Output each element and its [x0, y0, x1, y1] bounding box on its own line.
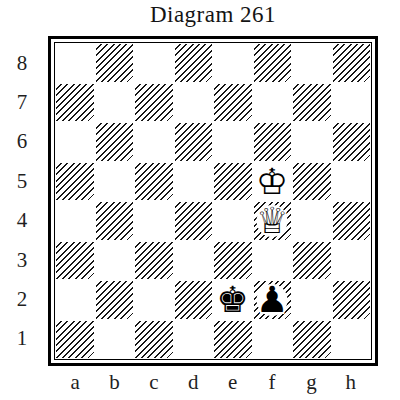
- square-c2[interactable]: [134, 280, 174, 320]
- chess-diagram-page: Diagram 261 87654321 ♔♕♚♟ abcdefgh: [0, 0, 400, 400]
- square-e4[interactable]: [213, 201, 253, 241]
- square-f3[interactable]: [253, 241, 293, 281]
- square-d2[interactable]: [174, 280, 214, 320]
- square-h6[interactable]: [332, 122, 372, 162]
- square-d5[interactable]: [174, 162, 214, 202]
- chess-board: ♔♕♚♟: [48, 36, 378, 366]
- square-g6[interactable]: [292, 122, 332, 162]
- square-g5[interactable]: [292, 162, 332, 202]
- rank-label-3: 3: [4, 240, 40, 279]
- square-g3[interactable]: [292, 241, 332, 281]
- square-e5[interactable]: [213, 162, 253, 202]
- chess-board-grid: ♔♕♚♟: [54, 42, 372, 360]
- file-label-e: e: [213, 368, 252, 396]
- square-h1[interactable]: [332, 320, 372, 360]
- file-label-a: a: [56, 368, 95, 396]
- square-e2[interactable]: ♚: [213, 280, 253, 320]
- square-f6[interactable]: [253, 122, 293, 162]
- file-label-b: b: [95, 368, 134, 396]
- file-label-c: c: [134, 368, 173, 396]
- rank-labels: 87654321: [4, 44, 40, 359]
- square-g8[interactable]: [292, 43, 332, 83]
- square-c8[interactable]: [134, 43, 174, 83]
- square-h4[interactable]: [332, 201, 372, 241]
- file-label-d: d: [174, 368, 213, 396]
- square-h3[interactable]: [332, 241, 372, 281]
- square-d3[interactable]: [174, 241, 214, 281]
- rank-label-4: 4: [4, 201, 40, 240]
- square-b5[interactable]: [95, 162, 135, 202]
- square-f1[interactable]: [253, 320, 293, 360]
- rank-label-1: 1: [4, 319, 40, 358]
- rank-label-2: 2: [4, 280, 40, 319]
- square-h2[interactable]: [332, 280, 372, 320]
- square-a8[interactable]: [55, 43, 95, 83]
- square-h8[interactable]: [332, 43, 372, 83]
- square-g7[interactable]: [292, 83, 332, 123]
- square-g2[interactable]: [292, 280, 332, 320]
- file-labels: abcdefgh: [56, 368, 371, 396]
- square-g4[interactable]: [292, 201, 332, 241]
- piece-black-king-e2: ♚: [217, 280, 249, 319]
- rank-label-5: 5: [4, 162, 40, 201]
- file-label-h: h: [331, 368, 370, 396]
- square-a2[interactable]: [55, 280, 95, 320]
- square-g1[interactable]: [292, 320, 332, 360]
- square-c4[interactable]: [134, 201, 174, 241]
- square-b8[interactable]: [95, 43, 135, 83]
- square-b4[interactable]: [95, 201, 135, 241]
- square-d8[interactable]: [174, 43, 214, 83]
- square-h7[interactable]: [332, 83, 372, 123]
- square-h5[interactable]: [332, 162, 372, 202]
- piece-white-king-f5: ♔: [256, 162, 288, 201]
- square-b2[interactable]: [95, 280, 135, 320]
- diagram-title: Diagram 261: [48, 1, 378, 31]
- square-b3[interactable]: [95, 241, 135, 281]
- square-c3[interactable]: [134, 241, 174, 281]
- square-c6[interactable]: [134, 122, 174, 162]
- square-a5[interactable]: [55, 162, 95, 202]
- square-d6[interactable]: [174, 122, 214, 162]
- square-e6[interactable]: [213, 122, 253, 162]
- square-e1[interactable]: [213, 320, 253, 360]
- rank-label-7: 7: [4, 83, 40, 122]
- square-e7[interactable]: [213, 83, 253, 123]
- square-f8[interactable]: [253, 43, 293, 83]
- square-f4[interactable]: ♕: [253, 201, 293, 241]
- rank-label-8: 8: [4, 44, 40, 83]
- rank-label-6: 6: [4, 122, 40, 161]
- square-e3[interactable]: [213, 241, 253, 281]
- square-a4[interactable]: [55, 201, 95, 241]
- square-a7[interactable]: [55, 83, 95, 123]
- square-b1[interactable]: [95, 320, 135, 360]
- piece-white-queen-f4: ♕: [256, 201, 288, 240]
- square-c1[interactable]: [134, 320, 174, 360]
- square-d1[interactable]: [174, 320, 214, 360]
- file-label-g: g: [292, 368, 331, 396]
- square-d7[interactable]: [174, 83, 214, 123]
- square-f2[interactable]: ♟: [253, 280, 293, 320]
- square-d4[interactable]: [174, 201, 214, 241]
- square-b6[interactable]: [95, 122, 135, 162]
- file-label-f: f: [252, 368, 291, 396]
- piece-black-pawn-f2: ♟: [256, 280, 288, 319]
- square-e8[interactable]: [213, 43, 253, 83]
- square-b7[interactable]: [95, 83, 135, 123]
- square-a6[interactable]: [55, 122, 95, 162]
- square-f5[interactable]: ♔: [253, 162, 293, 202]
- square-c7[interactable]: [134, 83, 174, 123]
- square-c5[interactable]: [134, 162, 174, 202]
- square-f7[interactable]: [253, 83, 293, 123]
- square-a1[interactable]: [55, 320, 95, 360]
- square-a3[interactable]: [55, 241, 95, 281]
